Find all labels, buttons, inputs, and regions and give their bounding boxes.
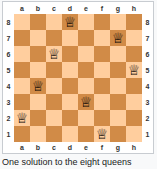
square-d7 bbox=[62, 30, 78, 46]
file-label-bottom-h: h bbox=[126, 142, 142, 153]
square-b8 bbox=[30, 14, 46, 30]
square-c1 bbox=[46, 126, 62, 142]
square-h5: ♕ bbox=[126, 62, 142, 78]
square-f7 bbox=[94, 30, 110, 46]
rank-label-left-2: 2 bbox=[3, 110, 14, 126]
square-f3 bbox=[94, 94, 110, 110]
square-b2 bbox=[30, 110, 46, 126]
file-label-bottom-d: d bbox=[62, 142, 78, 153]
white-queen-g7: ♕ bbox=[112, 30, 125, 46]
rank-label-left-8: 8 bbox=[3, 14, 14, 30]
square-f4 bbox=[94, 78, 110, 94]
square-c5 bbox=[46, 62, 62, 78]
file-label-top-f: f bbox=[94, 2, 110, 14]
square-f2 bbox=[94, 110, 110, 126]
file-label-top-d: d bbox=[62, 2, 78, 14]
square-f8 bbox=[94, 14, 110, 30]
square-e1 bbox=[78, 126, 94, 142]
square-c3 bbox=[46, 94, 62, 110]
square-c6: ♕ bbox=[46, 46, 62, 62]
square-h8 bbox=[126, 14, 142, 30]
file-label-top-b: b bbox=[30, 2, 46, 14]
rank-label-left-5: 5 bbox=[3, 62, 14, 78]
square-e7 bbox=[78, 30, 94, 46]
white-queen-c6: ♕ bbox=[48, 46, 61, 62]
rank-label-right-8: 8 bbox=[142, 14, 153, 30]
square-a5 bbox=[14, 62, 30, 78]
square-d1 bbox=[62, 126, 78, 142]
square-a6 bbox=[14, 46, 30, 62]
square-g6 bbox=[110, 46, 126, 62]
rank-label-right-6: 6 bbox=[142, 46, 153, 62]
square-b6 bbox=[30, 46, 46, 62]
square-f1: ♕ bbox=[94, 126, 110, 142]
file-label-bottom-e: e bbox=[78, 142, 94, 153]
square-a2: ♕ bbox=[14, 110, 30, 126]
square-h6 bbox=[126, 46, 142, 62]
square-d8: ♕ bbox=[62, 14, 78, 30]
rank-label-right-5: 5 bbox=[142, 62, 153, 78]
square-c7 bbox=[46, 30, 62, 46]
square-a1 bbox=[14, 126, 30, 142]
file-label-top-a: a bbox=[14, 2, 30, 14]
square-h4 bbox=[126, 78, 142, 94]
square-d6 bbox=[62, 46, 78, 62]
square-c8 bbox=[46, 14, 62, 30]
white-queen-e3: ♕ bbox=[80, 94, 93, 110]
square-b7 bbox=[30, 30, 46, 46]
square-c2 bbox=[46, 110, 62, 126]
rank-label-right-2: 2 bbox=[142, 110, 153, 126]
file-label-top-g: g bbox=[110, 2, 126, 14]
file-label-bottom-c: c bbox=[46, 142, 62, 153]
square-e2 bbox=[78, 110, 94, 126]
square-d2 bbox=[62, 110, 78, 126]
square-b3 bbox=[30, 94, 46, 110]
square-g4 bbox=[110, 78, 126, 94]
square-g7: ♕ bbox=[110, 30, 126, 46]
rank-label-left-3: 3 bbox=[3, 94, 14, 110]
white-queen-d8: ♕ bbox=[64, 14, 77, 30]
rank-label-right-7: 7 bbox=[142, 30, 153, 46]
white-queen-h5: ♕ bbox=[128, 62, 141, 78]
square-h2 bbox=[126, 110, 142, 126]
caption: One solution to the eight queens puzzle bbox=[2, 157, 157, 169]
chess-diagram[interactable]: aabbccddeeffgghh8877665544332211♕♕♕♕♕♕♕♕… bbox=[0, 1, 157, 169]
square-b4: ♕ bbox=[30, 78, 46, 94]
square-c4 bbox=[46, 78, 62, 94]
square-g3 bbox=[110, 94, 126, 110]
square-b1 bbox=[30, 126, 46, 142]
square-e5 bbox=[78, 62, 94, 78]
rank-label-right-4: 4 bbox=[142, 78, 153, 94]
square-d5 bbox=[62, 62, 78, 78]
white-queen-b4: ♕ bbox=[32, 78, 45, 94]
square-e8 bbox=[78, 14, 94, 30]
file-label-top-h: h bbox=[126, 2, 142, 14]
square-d4 bbox=[62, 78, 78, 94]
square-e6 bbox=[78, 46, 94, 62]
file-label-top-c: c bbox=[46, 2, 62, 14]
square-e3: ♕ bbox=[78, 94, 94, 110]
square-a8 bbox=[14, 14, 30, 30]
square-g8 bbox=[110, 14, 126, 30]
white-queen-a2: ♕ bbox=[16, 110, 29, 126]
square-b5 bbox=[30, 62, 46, 78]
square-e4 bbox=[78, 78, 94, 94]
square-g1 bbox=[110, 126, 126, 142]
file-label-bottom-g: g bbox=[110, 142, 126, 153]
square-h7 bbox=[126, 30, 142, 46]
white-queen-f1: ♕ bbox=[96, 126, 109, 142]
file-label-bottom-b: b bbox=[30, 142, 46, 153]
rank-label-left-6: 6 bbox=[3, 46, 14, 62]
rank-label-left-1: 1 bbox=[3, 126, 14, 142]
square-a7 bbox=[14, 30, 30, 46]
file-label-bottom-a: a bbox=[14, 142, 30, 153]
rank-label-right-3: 3 bbox=[142, 94, 153, 110]
file-label-top-e: e bbox=[78, 2, 94, 14]
rank-label-left-4: 4 bbox=[3, 78, 14, 94]
square-a3 bbox=[14, 94, 30, 110]
square-h1 bbox=[126, 126, 142, 142]
rank-label-right-1: 1 bbox=[142, 126, 153, 142]
square-f5 bbox=[94, 62, 110, 78]
square-g5 bbox=[110, 62, 126, 78]
square-h3 bbox=[126, 94, 142, 110]
rank-label-left-7: 7 bbox=[3, 30, 14, 46]
file-label-bottom-f: f bbox=[94, 142, 110, 153]
square-a4 bbox=[14, 78, 30, 94]
chessboard: aabbccddeeffgghh8877665544332211♕♕♕♕♕♕♕♕ bbox=[2, 1, 154, 154]
square-g2 bbox=[110, 110, 126, 126]
square-d3 bbox=[62, 94, 78, 110]
square-f6 bbox=[94, 46, 110, 62]
